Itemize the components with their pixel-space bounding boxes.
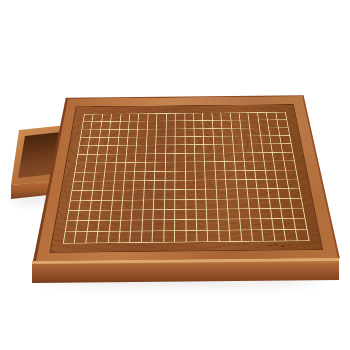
grid-cell: [214, 145, 224, 154]
grid-cell: [136, 154, 146, 163]
grid-cell: [286, 170, 298, 179]
grid-cell: [120, 221, 132, 232]
grid-cell: [219, 230, 231, 241]
grid-cell: [124, 181, 135, 191]
grid-cell: [203, 113, 213, 121]
grid-cell: [175, 210, 186, 220]
grid-cell: [278, 128, 289, 136]
engraving-marks: [266, 243, 296, 249]
grid-cell: [155, 171, 165, 180]
grid-cell: [153, 220, 164, 231]
grid-cell: [165, 162, 175, 171]
grid-cell: [145, 163, 155, 172]
grid-cell: [185, 113, 194, 121]
grid-cell: [175, 220, 186, 231]
grid-cell: [155, 162, 165, 171]
board-front-face: [32, 258, 339, 284]
go-board-photo: [0, 0, 350, 350]
grid-cell: [142, 231, 154, 242]
grid-cell: [218, 209, 229, 219]
grid-cell: [147, 129, 157, 137]
grid-cell: [176, 145, 186, 154]
grid-cell: [175, 190, 185, 200]
grid-cell: [218, 220, 230, 231]
grid-cell: [195, 171, 205, 180]
grid-cell: [281, 144, 292, 153]
grid-cell: [185, 162, 195, 171]
grid-cell: [139, 114, 149, 122]
grid-cell: [132, 210, 143, 220]
grid-cell: [165, 171, 175, 180]
grid-cell: [289, 189, 301, 199]
grid-cell: [164, 220, 175, 231]
grid-cell: [122, 200, 133, 210]
grid-cell: [195, 137, 205, 145]
grid-cell: [206, 180, 217, 190]
grid-cell: [196, 180, 207, 190]
grid-cell: [137, 137, 147, 145]
grid-cell: [175, 231, 186, 242]
grid-cell: [287, 179, 299, 189]
grid-cell: [144, 181, 155, 191]
grid-cell: [194, 121, 204, 129]
grid-cell: [176, 121, 185, 129]
grid-cell: [216, 180, 227, 190]
grid-cell: [138, 129, 148, 137]
grid-cell: [205, 162, 215, 171]
grid-cell: [185, 121, 194, 129]
board-tilt-wrapper: [0, 0, 350, 350]
grid-cell: [176, 114, 185, 122]
playing-field: [49, 104, 323, 253]
grid-cell: [186, 190, 197, 200]
grid-cell: [164, 231, 175, 242]
grid-cell: [165, 190, 176, 200]
grid-cell: [296, 229, 309, 240]
grid-cell: [214, 136, 224, 144]
grid-cell: [186, 180, 196, 190]
grid-cell: [176, 137, 186, 145]
grid-cell: [147, 137, 157, 145]
grid-cell: [175, 171, 185, 180]
front-edge-highlight: [32, 258, 339, 284]
grid-cell: [153, 231, 164, 242]
board-slab: [33, 95, 340, 261]
grid-cell: [276, 112, 287, 120]
grid-cell: [121, 210, 132, 220]
grid-cell: [135, 172, 146, 181]
grid-cell: [166, 114, 175, 122]
grid-cell: [194, 129, 204, 137]
grid-cell: [175, 200, 186, 210]
grid-cell: [204, 137, 214, 145]
grid-cell: [138, 121, 148, 129]
grid-cell: [125, 172, 136, 181]
grid-cell: [203, 121, 213, 129]
grid-cell: [142, 220, 153, 231]
grid-cell: [164, 210, 175, 220]
grid-cell: [185, 145, 195, 154]
go-grid: [63, 112, 310, 244]
grid-cell: [131, 231, 143, 242]
grid-cell: [157, 114, 166, 122]
grid-cell: [196, 190, 207, 200]
grid-cell: [166, 129, 176, 137]
grid-cell: [215, 171, 226, 180]
grid-cell: [175, 180, 185, 190]
grid-cell: [134, 181, 145, 191]
grid-cell: [290, 198, 302, 208]
grid-cell: [146, 145, 156, 154]
grid-cell: [143, 210, 154, 220]
grid-cell: [186, 199, 197, 209]
grid-cell: [185, 171, 195, 180]
grid-cell: [207, 199, 218, 209]
grid-cell: [125, 163, 136, 172]
grid-cell: [186, 220, 197, 231]
grid-cell: [176, 129, 185, 137]
grid-cell: [186, 210, 197, 220]
grid-cell: [166, 121, 175, 129]
grid-cell: [175, 162, 185, 171]
grid-cell: [196, 199, 207, 209]
grid-cell: [154, 190, 165, 200]
grid-cell: [197, 230, 208, 241]
grid-cell: [204, 129, 214, 137]
grid-cell: [144, 190, 155, 200]
grid-cell: [207, 209, 218, 219]
grid-cell: [215, 162, 226, 171]
grid-cell: [165, 180, 175, 190]
grid-cell: [166, 145, 176, 154]
grid-cell: [195, 162, 205, 171]
grid-cell: [277, 120, 288, 128]
grid-cell: [196, 209, 207, 219]
grid-cell: [205, 153, 215, 162]
grid-cell: [280, 136, 291, 144]
grid-cell: [283, 152, 294, 161]
grid-cell: [146, 154, 156, 163]
grid-cell: [217, 189, 228, 199]
grid-cell: [205, 171, 216, 180]
grid-cell: [156, 137, 166, 145]
grid-cell: [197, 220, 208, 231]
grid-cell: [194, 113, 203, 121]
grid-cell: [165, 200, 176, 210]
grid-cell: [133, 200, 144, 210]
grid-cell: [126, 154, 136, 163]
grid-cell: [204, 145, 214, 154]
grid-cell: [208, 230, 220, 241]
grid-cell: [154, 200, 165, 210]
grid-cell: [133, 190, 144, 200]
grid-cell: [294, 219, 307, 230]
grid-cell: [156, 145, 166, 154]
grid-cell: [157, 129, 167, 137]
grid-cell: [148, 121, 158, 129]
grid-cell: [143, 200, 154, 210]
grid-cell: [137, 146, 147, 155]
grid-cell: [284, 161, 296, 170]
grid-cell: [185, 129, 195, 137]
grid-cell: [185, 137, 195, 145]
grid-cell: [156, 154, 166, 163]
grid-cell: [214, 153, 224, 162]
grid-cell: [166, 137, 176, 145]
grid-cell: [131, 220, 143, 231]
grid-cell: [155, 181, 166, 191]
grid-cell: [123, 190, 134, 200]
grid-cell: [175, 154, 185, 163]
grid-cell: [166, 154, 176, 163]
grid-cell: [208, 220, 219, 231]
grid-cell: [292, 208, 305, 218]
grid-cell: [185, 153, 195, 162]
grid-cell: [157, 121, 167, 129]
grid-cell: [148, 114, 158, 122]
grid-cell: [195, 153, 205, 162]
grid-cell: [217, 199, 228, 209]
grid-cell: [206, 190, 217, 200]
grid-cell: [186, 231, 197, 242]
grid-cell: [154, 210, 165, 220]
grid-cell: [145, 172, 155, 181]
grid-cell: [119, 231, 131, 242]
grid-cell: [195, 145, 205, 154]
grid-cell: [135, 163, 145, 172]
